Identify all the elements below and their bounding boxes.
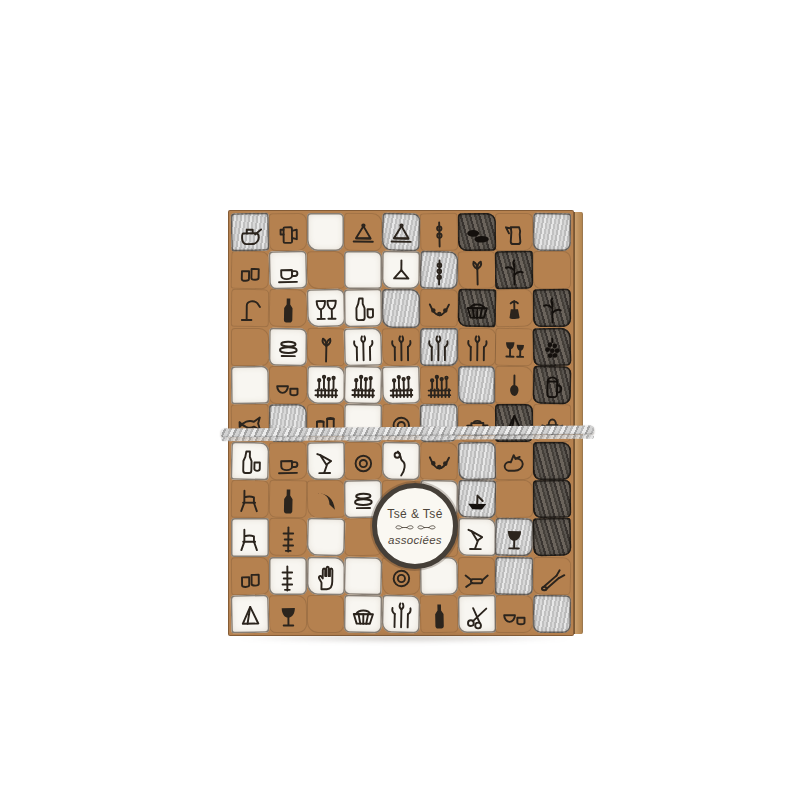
cups-icon [235,258,264,288]
cell-r1c2 [269,213,307,252]
boat-icon [462,487,491,517]
cell-r2c9 [533,251,571,289]
flowers-icon [424,335,453,364]
cell-r11c2 [269,595,307,634]
cell-r5c9 [533,365,572,404]
bottle-icon [424,602,453,632]
pole-lamp-icon [273,526,302,555]
bowls-icon [273,373,302,402]
cell-r10c8 [495,556,533,595]
cell-r2c5 [382,251,420,290]
cell-r1c4 [344,213,382,252]
cell-r4c1 [231,328,269,366]
cell-r7c4 [344,442,382,480]
beads-icon [424,258,453,288]
box-shadow [234,633,574,643]
bird-icon [500,449,529,478]
cell-r3c1 [231,289,269,328]
cell-r1c5 [382,213,421,252]
grapes-icon [538,335,567,365]
cell-r1c3 [307,213,345,251]
cell-r10c3 [306,556,344,595]
vase-icon [500,296,529,326]
cell-r7c2 [268,442,307,481]
cell-r10c7 [458,557,496,595]
cell-r5c8 [495,366,533,405]
cell-r7c5 [382,442,420,481]
cell-r4c3 [306,327,345,366]
cell-r8c9 [533,480,571,519]
bottle-icon [273,487,302,517]
skewer-icon [424,220,453,250]
cone-icon [235,602,264,632]
cell-r1c1 [231,213,270,252]
pitcher-icon [500,220,529,249]
pendant-icon [500,373,529,402]
logo-text-top: Tsé & Tsé [387,507,442,521]
cell-r4c7 [457,327,495,366]
cell-r8c3 [306,480,345,519]
coffee-pot-icon [273,220,302,249]
cell-r7c3 [306,442,344,481]
basket-icon [349,602,378,631]
cell-r11c9 [533,595,571,634]
cell-r3c8 [495,289,534,328]
flowers-icon [462,335,491,364]
coffee-cup-icon [273,258,302,288]
cell-r8c2 [268,480,307,519]
knife-icon [462,564,491,593]
pole-lamp-icon [273,564,302,593]
cell-r2c8 [495,251,533,290]
bottle-icon [273,296,302,326]
cell-r1c8 [495,213,533,251]
arc-lamp-icon [235,297,264,326]
cell-r2c4 [344,251,382,289]
cell-r4c4 [344,327,383,366]
cell-r2c2 [268,251,307,290]
cell-r5c3 [306,366,344,405]
chair-icon [235,487,264,516]
box-face: Tsé & Tsé associées [228,210,574,636]
cell-r2c1 [231,251,270,290]
cell-r4c8 [495,327,534,366]
cell-r7c6 [419,442,458,481]
cord-icon [386,449,415,478]
cell-r9c3 [306,518,345,557]
cups-icon [235,564,264,593]
cell-r11c1 [231,594,270,633]
cell-r10c1 [231,556,269,595]
cell-r1c7 [457,213,495,252]
logo-text-bottom: associées [388,534,442,546]
cell-r5c1 [231,366,269,405]
cell-r2c7 [457,251,496,290]
fly-icon [417,522,436,533]
brand-logo-medallion: Tsé & Tsé associées [372,483,458,569]
cell-r3c3 [306,289,345,328]
cell-r4c6 [420,328,458,366]
flowers-icon [387,335,416,364]
april-vase-icon [349,373,378,403]
cell-r8c8 [495,480,534,519]
cell-r5c4 [344,365,383,404]
fly-icon [395,522,414,533]
hand-icon [311,564,340,593]
cell-r10c9 [533,556,572,595]
cell-r5c7 [458,366,496,404]
cell-r7c7 [457,442,496,481]
cell-r3c2 [268,289,307,328]
cell-r9c8 [495,518,534,557]
carafe-icon [349,297,378,326]
april-vase-icon [386,373,415,403]
cell-r5c6 [420,366,458,405]
cell-r4c5 [382,327,420,366]
cell-r3c6 [420,289,458,328]
necklace-icon [424,297,453,326]
cell-r11c7 [457,595,495,634]
boomerang-icon [311,487,340,517]
chair-icon [236,526,265,555]
wine-glasses-icon [311,296,340,326]
cell-r2c3 [306,251,344,290]
cell-r4c2 [269,327,307,366]
cell-r7c8 [495,442,533,481]
cell-r9c1 [231,518,269,556]
cell-r11c5 [382,594,421,633]
cell-r3c9 [533,289,571,328]
scissors-icon [462,602,491,631]
servers-icon [537,564,566,594]
box-side-edge [574,212,583,634]
cell-r5c5 [382,365,421,404]
goblet-icon [273,602,302,631]
goblet-icon [500,525,529,555]
cell-r7c9 [533,442,571,480]
cell-r11c3 [307,595,345,633]
cell-r11c6 [419,594,458,633]
cell-r11c4 [344,595,382,634]
cell-r10c4 [344,556,383,595]
cell-r9c9 [533,518,572,557]
flower-icon [462,258,491,288]
teapot-icon [235,220,264,250]
flowers-icon [386,602,415,632]
coffee-cup-icon [273,449,302,479]
cell-r1c9 [533,213,571,252]
plant-icon [538,297,567,326]
cell-r3c5 [382,289,420,327]
tagine-icon [349,220,378,249]
cell-r3c4 [344,289,382,328]
cell-r5c2 [269,366,307,404]
cell-r1c6 [419,213,458,252]
flowers-icon [349,335,378,365]
cell-r4c9 [533,327,572,366]
cell-r10c2 [269,557,307,595]
cell-r3c7 [457,289,496,328]
goblets-icon [500,335,529,365]
necklace-icon [424,449,453,479]
desk-lamp-icon [311,449,340,478]
desk-lamp-icon [462,526,491,555]
ring-icon [349,449,378,478]
plates-icon [273,335,302,364]
logo-flies [395,522,436,533]
jug-icon [537,373,566,403]
product-photo: Tsé & Tsé associées [0,0,800,800]
cell-r9c2 [269,518,307,557]
plant-icon [500,258,529,287]
dishes-icon [462,220,491,249]
checkerboard [231,213,571,633]
flower-icon [311,335,340,365]
carafe-icon [235,449,264,479]
cell-r7c1 [231,442,270,481]
cell-r8c1 [231,480,269,519]
gift-box: Tsé & Tsé associées [228,210,581,636]
basket-icon [462,296,491,326]
cell-r8c7 [457,480,496,519]
april-vase-icon [424,373,453,402]
cell-r9c7 [457,518,495,557]
pendant-lamp-icon [386,258,415,287]
april-vase-icon [311,373,340,402]
tagine-icon [386,220,415,250]
bowls-icon [500,602,529,631]
cell-r2c6 [419,251,458,290]
cell-r11c8 [495,595,533,633]
